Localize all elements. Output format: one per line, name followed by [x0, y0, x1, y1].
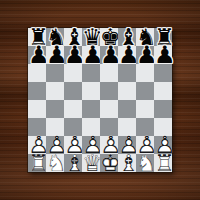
- square-d7[interactable]: ♟: [82, 46, 100, 64]
- square-a7[interactable]: ♟: [28, 46, 46, 64]
- piece-outline-layer: ♗: [64, 154, 82, 172]
- black-pawn-f7[interactable]: ♟: [118, 46, 136, 64]
- square-h4[interactable]: [154, 100, 172, 118]
- square-g1[interactable]: ♞♘: [136, 154, 154, 172]
- square-h1[interactable]: ♜♖: [154, 154, 172, 172]
- square-f6[interactable]: [118, 64, 136, 82]
- wood-table-background: ♜♞♝♛♚♝♞♜♟♟♟♟♟♟♟♟♟♙♟♙♟♙♟♙♟♙♟♙♟♙♟♙♜♖♞♘♝♗♛♕…: [0, 0, 200, 200]
- black-pawn-b7[interactable]: ♟: [46, 46, 64, 64]
- white-bishop-c1[interactable]: ♝♗: [64, 154, 82, 172]
- piece-outline-layer: ♘: [136, 154, 154, 172]
- square-c4[interactable]: [64, 100, 82, 118]
- square-a5[interactable]: [28, 82, 46, 100]
- square-f1[interactable]: ♝♗: [118, 154, 136, 172]
- square-g6[interactable]: [136, 64, 154, 82]
- square-g7[interactable]: ♟: [136, 46, 154, 64]
- square-h7[interactable]: ♟: [154, 46, 172, 64]
- square-d5[interactable]: [82, 82, 100, 100]
- square-c1[interactable]: ♝♗: [64, 154, 82, 172]
- piece-outline-layer: ♖: [28, 154, 46, 172]
- piece-outline-layer: ♘: [46, 154, 64, 172]
- square-e4[interactable]: [100, 100, 118, 118]
- white-king-e1[interactable]: ♚♔: [100, 154, 118, 172]
- piece-outline-layer: ♔: [100, 154, 118, 172]
- square-g4[interactable]: [136, 100, 154, 118]
- square-h6[interactable]: [154, 64, 172, 82]
- square-b6[interactable]: [46, 64, 64, 82]
- square-e6[interactable]: [100, 64, 118, 82]
- square-b7[interactable]: ♟: [46, 46, 64, 64]
- square-b4[interactable]: [46, 100, 64, 118]
- square-b5[interactable]: [46, 82, 64, 100]
- black-pawn-h7[interactable]: ♟: [154, 46, 172, 64]
- square-e1[interactable]: ♚♔: [100, 154, 118, 172]
- white-knight-b1[interactable]: ♞♘: [46, 154, 64, 172]
- square-c5[interactable]: [64, 82, 82, 100]
- square-d4[interactable]: [82, 100, 100, 118]
- square-e5[interactable]: [100, 82, 118, 100]
- square-f5[interactable]: [118, 82, 136, 100]
- piece-outline-layer: ♕: [82, 154, 100, 172]
- square-f4[interactable]: [118, 100, 136, 118]
- white-queen-d1[interactable]: ♛♕: [82, 154, 100, 172]
- square-d6[interactable]: [82, 64, 100, 82]
- square-a6[interactable]: [28, 64, 46, 82]
- piece-outline-layer: ♖: [154, 154, 172, 172]
- white-rook-h1[interactable]: ♜♖: [154, 154, 172, 172]
- square-h5[interactable]: [154, 82, 172, 100]
- white-bishop-f1[interactable]: ♝♗: [118, 154, 136, 172]
- black-pawn-e7[interactable]: ♟: [100, 46, 118, 64]
- black-pawn-c7[interactable]: ♟: [64, 46, 82, 64]
- square-d1[interactable]: ♛♕: [82, 154, 100, 172]
- black-pawn-g7[interactable]: ♟: [136, 46, 154, 64]
- square-c6[interactable]: [64, 64, 82, 82]
- piece-outline-layer: ♗: [118, 154, 136, 172]
- square-a4[interactable]: [28, 100, 46, 118]
- black-pawn-a7[interactable]: ♟: [28, 46, 46, 64]
- square-b1[interactable]: ♞♘: [46, 154, 64, 172]
- white-rook-a1[interactable]: ♜♖: [28, 154, 46, 172]
- square-g5[interactable]: [136, 82, 154, 100]
- white-knight-g1[interactable]: ♞♘: [136, 154, 154, 172]
- square-a1[interactable]: ♜♖: [28, 154, 46, 172]
- black-pawn-d7[interactable]: ♟: [82, 46, 100, 64]
- chess-board: ♜♞♝♛♚♝♞♜♟♟♟♟♟♟♟♟♟♙♟♙♟♙♟♙♟♙♟♙♟♙♟♙♜♖♞♘♝♗♛♕…: [28, 28, 172, 172]
- square-f7[interactable]: ♟: [118, 46, 136, 64]
- square-e7[interactable]: ♟: [100, 46, 118, 64]
- square-c7[interactable]: ♟: [64, 46, 82, 64]
